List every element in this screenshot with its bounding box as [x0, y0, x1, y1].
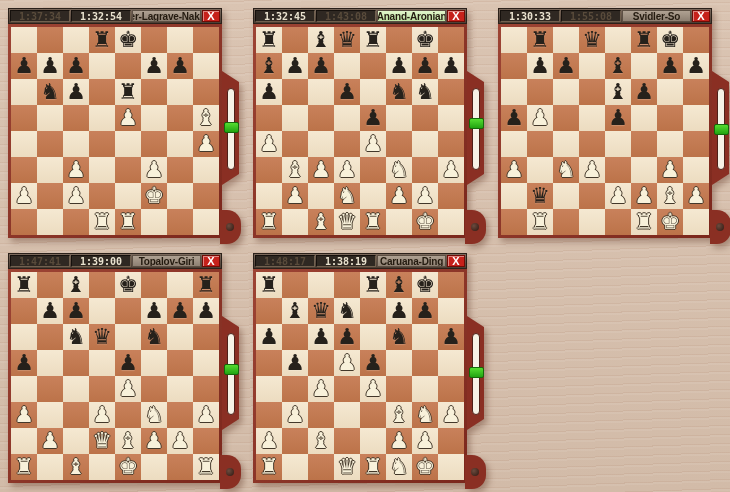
white-pawn[interactable]: ♟: [259, 131, 279, 157]
square-e1[interactable]: [605, 209, 631, 235]
white-pawn[interactable]: ♟: [363, 131, 383, 157]
square-c7[interactable]: ♟: [63, 298, 89, 324]
white-rook[interactable]: ♜: [14, 454, 34, 480]
black-pawn[interactable]: ♟: [556, 53, 576, 79]
square-f8[interactable]: [141, 272, 167, 298]
square-d3[interactable]: ♟: [579, 157, 605, 183]
square-d6[interactable]: ♟: [334, 79, 360, 105]
square-g3[interactable]: ♞: [412, 402, 438, 428]
square-a5[interactable]: ♟: [501, 105, 527, 131]
square-c5[interactable]: [63, 350, 89, 376]
square-c1[interactable]: [553, 209, 579, 235]
square-d5[interactable]: [579, 105, 605, 131]
white-pawn[interactable]: ♟: [530, 105, 550, 131]
square-b6[interactable]: [282, 79, 308, 105]
black-king[interactable]: ♚: [415, 272, 435, 298]
eval-slider-handle[interactable]: [469, 367, 484, 378]
square-a2[interactable]: [256, 183, 282, 209]
square-f8[interactable]: [386, 27, 412, 53]
close-button[interactable]: X: [202, 255, 220, 267]
white-pawn[interactable]: ♟: [118, 105, 138, 131]
square-f3[interactable]: ♞: [141, 402, 167, 428]
square-c7[interactable]: ♟: [63, 53, 89, 79]
white-rook[interactable]: ♜: [363, 209, 383, 235]
square-d7[interactable]: [89, 298, 115, 324]
square-f1[interactable]: ♜: [631, 209, 657, 235]
square-g2[interactable]: ♟: [412, 183, 438, 209]
square-d8[interactable]: [334, 272, 360, 298]
square-d7[interactable]: ♞: [334, 298, 360, 324]
black-king[interactable]: ♚: [660, 27, 680, 53]
square-c8[interactable]: [553, 27, 579, 53]
black-pawn[interactable]: ♟: [14, 53, 34, 79]
white-bishop[interactable]: ♝: [285, 157, 305, 183]
square-f1[interactable]: [141, 454, 167, 480]
square-a1[interactable]: [501, 209, 527, 235]
square-g2[interactable]: ♟: [412, 428, 438, 454]
square-e3[interactable]: [605, 157, 631, 183]
square-f4[interactable]: [386, 376, 412, 402]
square-a7[interactable]: [501, 53, 527, 79]
white-pawn[interactable]: ♟: [196, 402, 216, 428]
square-a5[interactable]: [11, 105, 37, 131]
square-a4[interactable]: [11, 131, 37, 157]
square-b7[interactable]: ♝: [282, 298, 308, 324]
corner-tab[interactable]: [465, 455, 486, 489]
eval-slider-handle[interactable]: [224, 122, 239, 133]
square-h1[interactable]: [193, 209, 219, 235]
square-c2[interactable]: [553, 183, 579, 209]
square-a3[interactable]: [256, 402, 282, 428]
square-g4[interactable]: [167, 376, 193, 402]
square-b7[interactable]: ♟: [282, 53, 308, 79]
square-e7[interactable]: ♝: [605, 53, 631, 79]
square-h4[interactable]: [438, 376, 464, 402]
square-c8[interactable]: [308, 272, 334, 298]
square-b1[interactable]: ♜: [527, 209, 553, 235]
square-a7[interactable]: [256, 298, 282, 324]
square-h5[interactable]: [683, 105, 709, 131]
square-d6[interactable]: ♛: [89, 324, 115, 350]
white-pawn[interactable]: ♟: [311, 157, 331, 183]
square-d2[interactable]: ♛: [89, 428, 115, 454]
square-c5[interactable]: [63, 105, 89, 131]
square-h6[interactable]: [438, 79, 464, 105]
black-queen[interactable]: ♛: [530, 183, 550, 209]
square-f1[interactable]: [141, 209, 167, 235]
white-pawn[interactable]: ♟: [337, 157, 357, 183]
square-f6[interactable]: ♟: [631, 79, 657, 105]
black-rook[interactable]: ♜: [634, 27, 654, 53]
square-d5[interactable]: [89, 350, 115, 376]
square-e2[interactable]: ♟: [605, 183, 631, 209]
square-h2[interactable]: ♟: [683, 183, 709, 209]
square-c5[interactable]: [308, 350, 334, 376]
square-c2[interactable]: ♟: [63, 183, 89, 209]
white-pawn[interactable]: ♟: [170, 428, 190, 454]
black-pawn[interactable]: ♟: [337, 79, 357, 105]
square-f2[interactable]: ♟: [141, 428, 167, 454]
square-g2[interactable]: ♟: [167, 428, 193, 454]
white-pawn[interactable]: ♟: [441, 157, 461, 183]
game-label[interactable]: Topalov-Giri: [132, 255, 201, 267]
square-f6[interactable]: ♞: [386, 79, 412, 105]
square-g3[interactable]: [167, 402, 193, 428]
square-e3[interactable]: [360, 402, 386, 428]
square-d5[interactable]: ♟: [334, 350, 360, 376]
square-e8[interactable]: ♚: [115, 272, 141, 298]
white-knight[interactable]: ♞: [389, 157, 409, 183]
white-pawn[interactable]: ♟: [285, 183, 305, 209]
black-pawn[interactable]: ♟: [144, 298, 164, 324]
square-b8[interactable]: [282, 27, 308, 53]
square-b7[interactable]: ♟: [527, 53, 553, 79]
square-e1[interactable]: ♚: [115, 454, 141, 480]
white-bishop[interactable]: ♝: [660, 183, 680, 209]
square-g4[interactable]: [412, 131, 438, 157]
square-d1[interactable]: ♛: [334, 454, 360, 480]
square-b8[interactable]: [282, 272, 308, 298]
square-h6[interactable]: [683, 79, 709, 105]
square-e8[interactable]: [605, 27, 631, 53]
white-king[interactable]: ♚: [415, 454, 435, 480]
black-pawn[interactable]: ♟: [415, 298, 435, 324]
square-e5[interactable]: ♟: [115, 105, 141, 131]
white-rook[interactable]: ♜: [259, 454, 279, 480]
square-b5[interactable]: ♟: [527, 105, 553, 131]
square-e2[interactable]: [360, 183, 386, 209]
square-g1[interactable]: ♚: [657, 209, 683, 235]
square-f3[interactable]: ♞: [386, 157, 412, 183]
white-pawn[interactable]: ♟: [634, 183, 654, 209]
square-f4[interactable]: [141, 131, 167, 157]
square-h4[interactable]: [438, 131, 464, 157]
black-pawn[interactable]: ♟: [363, 350, 383, 376]
square-a2[interactable]: ♟: [256, 428, 282, 454]
square-f3[interactable]: ♟: [141, 157, 167, 183]
square-c6[interactable]: ♞: [63, 324, 89, 350]
square-e5[interactable]: ♟: [605, 105, 631, 131]
square-g2[interactable]: [167, 183, 193, 209]
black-knight[interactable]: ♞: [389, 79, 409, 105]
square-a8[interactable]: ♜: [11, 272, 37, 298]
square-f3[interactable]: [631, 157, 657, 183]
square-e7[interactable]: [115, 298, 141, 324]
square-f8[interactable]: ♜: [631, 27, 657, 53]
square-g6[interactable]: [167, 324, 193, 350]
square-a4[interactable]: ♟: [256, 131, 282, 157]
square-f5[interactable]: [386, 350, 412, 376]
white-knight[interactable]: ♞: [144, 402, 164, 428]
square-c4[interactable]: [63, 131, 89, 157]
square-f7[interactable]: ♟: [386, 53, 412, 79]
white-bishop[interactable]: ♝: [389, 402, 409, 428]
square-c3[interactable]: ♟: [63, 157, 89, 183]
square-c3[interactable]: [308, 402, 334, 428]
square-d4[interactable]: [89, 376, 115, 402]
square-d4[interactable]: [334, 131, 360, 157]
white-pawn[interactable]: ♟: [92, 402, 112, 428]
white-pawn[interactable]: ♟: [504, 157, 524, 183]
white-pawn[interactable]: ♟: [40, 428, 60, 454]
square-g6[interactable]: ♞: [412, 79, 438, 105]
square-e5[interactable]: ♟: [115, 350, 141, 376]
white-pawn[interactable]: ♟: [144, 157, 164, 183]
white-knight[interactable]: ♞: [556, 157, 576, 183]
square-d2[interactable]: [334, 428, 360, 454]
square-e6[interactable]: ♝: [605, 79, 631, 105]
square-a6[interactable]: [501, 79, 527, 105]
square-c3[interactable]: ♟: [308, 157, 334, 183]
square-e3[interactable]: [115, 402, 141, 428]
square-b1[interactable]: [37, 209, 63, 235]
square-g8[interactable]: [167, 272, 193, 298]
square-g5[interactable]: [412, 350, 438, 376]
black-pawn[interactable]: ♟: [660, 53, 680, 79]
black-pawn[interactable]: ♟: [530, 53, 550, 79]
white-pawn[interactable]: ♟: [66, 157, 86, 183]
square-d2[interactable]: [579, 183, 605, 209]
black-pawn[interactable]: ♟: [311, 53, 331, 79]
square-d5[interactable]: [89, 105, 115, 131]
white-pawn[interactable]: ♟: [686, 183, 706, 209]
black-knight[interactable]: ♞: [66, 324, 86, 350]
game-label[interactable]: Svidler-So: [622, 10, 691, 22]
square-c4[interactable]: [553, 131, 579, 157]
square-a7[interactable]: ♝: [256, 53, 282, 79]
black-pawn[interactable]: ♟: [14, 350, 34, 376]
square-g1[interactable]: [167, 209, 193, 235]
square-c3[interactable]: [63, 402, 89, 428]
black-knight[interactable]: ♞: [389, 324, 409, 350]
square-c1[interactable]: ♝: [63, 454, 89, 480]
square-a2[interactable]: [501, 183, 527, 209]
square-a2[interactable]: ♟: [11, 183, 37, 209]
white-pawn[interactable]: ♟: [14, 402, 34, 428]
titlebar[interactable]: 1:37:34 1:32:54 Vachier-Lagrave-Nakamura…: [8, 8, 222, 24]
square-f5[interactable]: [631, 105, 657, 131]
square-a8[interactable]: [501, 27, 527, 53]
square-e7[interactable]: [360, 53, 386, 79]
square-c8[interactable]: ♝: [63, 272, 89, 298]
black-knight[interactable]: ♞: [415, 79, 435, 105]
corner-tab[interactable]: [220, 455, 241, 489]
black-pawn[interactable]: ♟: [40, 53, 60, 79]
titlebar[interactable]: 1:32:45 1:43:08 Anand-Aronian X: [253, 8, 467, 24]
black-pawn[interactable]: ♟: [389, 53, 409, 79]
square-a8[interactable]: ♜: [256, 27, 282, 53]
square-e2[interactable]: [115, 183, 141, 209]
black-rook[interactable]: ♜: [118, 79, 138, 105]
square-g8[interactable]: [167, 27, 193, 53]
square-d6[interactable]: [89, 79, 115, 105]
white-pawn[interactable]: ♟: [441, 402, 461, 428]
black-rook[interactable]: ♜: [363, 272, 383, 298]
square-a6[interactable]: [11, 324, 37, 350]
square-a3[interactable]: ♟: [11, 402, 37, 428]
square-e6[interactable]: [115, 324, 141, 350]
square-b4[interactable]: [37, 131, 63, 157]
square-e3[interactable]: [360, 157, 386, 183]
square-e7[interactable]: [115, 53, 141, 79]
square-e8[interactable]: ♜: [360, 272, 386, 298]
square-a4[interactable]: [11, 376, 37, 402]
square-c4[interactable]: ♟: [308, 376, 334, 402]
square-c2[interactable]: [63, 428, 89, 454]
corner-tab[interactable]: [465, 210, 486, 244]
square-b2[interactable]: ♟: [37, 428, 63, 454]
square-h8[interactable]: [683, 27, 709, 53]
white-pawn[interactable]: ♟: [608, 183, 628, 209]
square-c2[interactable]: [308, 183, 334, 209]
square-d8[interactable]: [89, 272, 115, 298]
titlebar[interactable]: 1:30:33 1:55:08 Svidler-So X: [498, 8, 712, 24]
black-pawn[interactable]: ♟: [441, 324, 461, 350]
square-h1[interactable]: [438, 209, 464, 235]
square-c6[interactable]: [553, 79, 579, 105]
square-a3[interactable]: ♟: [501, 157, 527, 183]
square-a3[interactable]: [256, 157, 282, 183]
square-h2[interactable]: [438, 428, 464, 454]
square-d8[interactable]: ♛: [334, 27, 360, 53]
square-b2[interactable]: ♟: [282, 183, 308, 209]
white-pawn[interactable]: ♟: [389, 183, 409, 209]
square-g1[interactable]: ♚: [412, 209, 438, 235]
square-f6[interactable]: ♞: [141, 324, 167, 350]
square-h8[interactable]: [438, 27, 464, 53]
square-f7[interactable]: ♟: [386, 298, 412, 324]
white-king[interactable]: ♚: [144, 183, 164, 209]
square-g3[interactable]: ♟: [657, 157, 683, 183]
square-d5[interactable]: [334, 105, 360, 131]
square-h7[interactable]: ♟: [438, 53, 464, 79]
square-e2[interactable]: ♝: [115, 428, 141, 454]
square-d4[interactable]: [89, 131, 115, 157]
square-h7[interactable]: ♟: [193, 298, 219, 324]
square-e7[interactable]: [360, 298, 386, 324]
square-h8[interactable]: [438, 272, 464, 298]
square-a3[interactable]: [11, 157, 37, 183]
close-button[interactable]: X: [202, 10, 220, 22]
square-a8[interactable]: ♜: [256, 272, 282, 298]
white-rook[interactable]: ♜: [634, 209, 654, 235]
white-pawn[interactable]: ♟: [389, 428, 409, 454]
square-f7[interactable]: ♟: [141, 53, 167, 79]
square-d3[interactable]: [89, 157, 115, 183]
black-pawn[interactable]: ♟: [40, 298, 60, 324]
square-h1[interactable]: [438, 454, 464, 480]
square-c6[interactable]: ♟: [308, 324, 334, 350]
black-knight[interactable]: ♞: [337, 298, 357, 324]
square-d4[interactable]: [579, 131, 605, 157]
square-c1[interactable]: ♝: [308, 209, 334, 235]
square-e1[interactable]: ♜: [360, 454, 386, 480]
eval-slider-handle[interactable]: [469, 118, 484, 129]
square-b3[interactable]: ♟: [282, 402, 308, 428]
black-pawn[interactable]: ♟: [66, 298, 86, 324]
square-h3[interactable]: ♟: [438, 157, 464, 183]
black-rook[interactable]: ♜: [259, 27, 279, 53]
square-c6[interactable]: [308, 79, 334, 105]
white-pawn[interactable]: ♟: [660, 157, 680, 183]
square-h5[interactable]: ♝: [193, 105, 219, 131]
white-pawn[interactable]: ♟: [144, 428, 164, 454]
black-pawn[interactable]: ♟: [337, 324, 357, 350]
square-h4[interactable]: ♟: [193, 131, 219, 157]
black-queen[interactable]: ♛: [582, 27, 602, 53]
white-pawn[interactable]: ♟: [582, 157, 602, 183]
square-g8[interactable]: ♚: [412, 272, 438, 298]
black-pawn[interactable]: ♟: [259, 324, 279, 350]
white-rook[interactable]: ♜: [92, 209, 112, 235]
black-queen[interactable]: ♛: [337, 27, 357, 53]
square-c7[interactable]: ♟: [553, 53, 579, 79]
white-queen[interactable]: ♛: [337, 454, 357, 480]
square-c4[interactable]: [63, 376, 89, 402]
white-pawn[interactable]: ♟: [66, 183, 86, 209]
white-pawn[interactable]: ♟: [337, 350, 357, 376]
black-knight[interactable]: ♞: [40, 79, 60, 105]
black-queen[interactable]: ♛: [311, 298, 331, 324]
square-b6[interactable]: [527, 79, 553, 105]
black-king[interactable]: ♚: [118, 27, 138, 53]
square-b3[interactable]: [527, 157, 553, 183]
square-h2[interactable]: [438, 183, 464, 209]
square-a5[interactable]: [256, 105, 282, 131]
white-pawn[interactable]: ♟: [259, 428, 279, 454]
square-a1[interactable]: ♜: [11, 454, 37, 480]
square-c1[interactable]: [63, 209, 89, 235]
square-b1[interactable]: [282, 209, 308, 235]
square-f4[interactable]: [386, 131, 412, 157]
square-f2[interactable]: ♚: [141, 183, 167, 209]
black-pawn[interactable]: ♟: [66, 79, 86, 105]
black-pawn[interactable]: ♟: [170, 53, 190, 79]
square-f8[interactable]: [141, 27, 167, 53]
square-e4[interactable]: ♟: [360, 376, 386, 402]
square-b4[interactable]: [527, 131, 553, 157]
square-h8[interactable]: [193, 27, 219, 53]
square-g7[interactable]: ♟: [167, 53, 193, 79]
square-g7[interactable]: ♟: [167, 298, 193, 324]
square-a4[interactable]: [256, 376, 282, 402]
square-e3[interactable]: [115, 157, 141, 183]
square-g7[interactable]: ♟: [412, 298, 438, 324]
square-e6[interactable]: ♜: [115, 79, 141, 105]
black-pawn[interactable]: ♟: [415, 53, 435, 79]
square-d2[interactable]: [89, 183, 115, 209]
game-label[interactable]: Caruana-Ding: [377, 255, 446, 267]
white-bishop[interactable]: ♝: [311, 428, 331, 454]
square-e5[interactable]: ♟: [360, 105, 386, 131]
square-d6[interactable]: ♟: [334, 324, 360, 350]
square-e2[interactable]: [360, 428, 386, 454]
square-b5[interactable]: [37, 350, 63, 376]
square-g5[interactable]: [167, 105, 193, 131]
square-g6[interactable]: [167, 79, 193, 105]
white-pawn[interactable]: ♟: [415, 183, 435, 209]
white-knight[interactable]: ♞: [415, 402, 435, 428]
square-d7[interactable]: [334, 53, 360, 79]
eval-slider-track[interactable]: [227, 88, 235, 170]
square-b8[interactable]: [37, 272, 63, 298]
square-g1[interactable]: [167, 454, 193, 480]
white-knight[interactable]: ♞: [337, 183, 357, 209]
square-e5[interactable]: ♟: [360, 350, 386, 376]
square-b4[interactable]: [282, 376, 308, 402]
square-d2[interactable]: ♞: [334, 183, 360, 209]
square-h5[interactable]: [193, 350, 219, 376]
